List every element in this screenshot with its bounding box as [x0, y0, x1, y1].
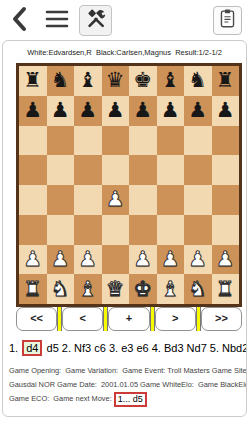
- move-list[interactable]: 1. d4 d5 2. Nf3 c6 3. e3 e6 4. Bd3 Nd7 5…: [9, 340, 242, 356]
- next-move-badge: 1... d5: [114, 392, 147, 407]
- square-a6[interactable]: [19, 126, 47, 156]
- game-info-line: Game ECO: Game next Move: 1... d5: [9, 392, 243, 407]
- current-move[interactable]: d4: [22, 340, 42, 356]
- white-bishop-piece: ♝: [78, 279, 97, 300]
- square-g7[interactable]: ♟: [184, 96, 212, 126]
- square-b7[interactable]: ♟: [47, 96, 75, 126]
- square-e8[interactable]: ♚: [129, 66, 157, 96]
- square-d1[interactable]: ♛: [102, 274, 130, 304]
- square-b3[interactable]: [47, 215, 75, 245]
- chess-board-frame: ♜♞♝♛♚♝♞♜♟♟♟♟♟♟♟♟♟♟♟♟♟♟♟♟♜♞♝♛♚♝♞♜: [16, 63, 242, 307]
- white-pawn-piece: ♟: [188, 249, 207, 270]
- square-d5[interactable]: [102, 155, 130, 185]
- square-c4[interactable]: [74, 185, 102, 215]
- black-rook-piece: ♜: [216, 70, 235, 91]
- square-g2[interactable]: ♟: [184, 245, 212, 275]
- square-a3[interactable]: [19, 215, 47, 245]
- black-knight-piece: ♞: [51, 70, 70, 91]
- square-e2[interactable]: ♟: [129, 245, 157, 275]
- white-knight-piece: ♞: [51, 279, 70, 300]
- go-last-button[interactable]: >>: [201, 307, 242, 331]
- square-e7[interactable]: ♟: [129, 96, 157, 126]
- square-h4[interactable]: [212, 185, 240, 215]
- square-c2[interactable]: ♟: [74, 245, 102, 275]
- square-a5[interactable]: [19, 155, 47, 185]
- square-h7[interactable]: ♟: [212, 96, 240, 126]
- white-knight-piece: ♞: [188, 279, 207, 300]
- square-d8[interactable]: ♛: [102, 66, 130, 96]
- black-pawn-piece: ♟: [23, 100, 42, 121]
- square-h8[interactable]: ♜: [212, 66, 240, 96]
- clipboard-icon: [218, 8, 237, 32]
- square-d3[interactable]: [102, 215, 130, 245]
- clipboard-button[interactable]: [213, 6, 242, 35]
- white-pawn-piece: ♟: [23, 249, 42, 270]
- back-button[interactable]: [7, 5, 33, 35]
- black-pawn-piece: ♟: [188, 100, 207, 121]
- square-f3[interactable]: [157, 215, 185, 245]
- square-f1[interactable]: ♝: [157, 274, 185, 304]
- white-rook-piece: ♜: [216, 279, 235, 300]
- square-g6[interactable]: [184, 126, 212, 156]
- square-d7[interactable]: ♟: [102, 96, 130, 126]
- square-e6[interactable]: [129, 126, 157, 156]
- white-pawn-piece: ♟: [78, 249, 97, 270]
- square-g8[interactable]: ♞: [184, 66, 212, 96]
- square-g1[interactable]: ♞: [184, 274, 212, 304]
- black-bishop-piece: ♝: [78, 70, 97, 91]
- square-f5[interactable]: [157, 155, 185, 185]
- hamburger-menu-icon: [45, 8, 69, 33]
- square-b1[interactable]: ♞: [47, 274, 75, 304]
- square-c6[interactable]: [74, 126, 102, 156]
- square-e1[interactable]: ♚: [129, 274, 157, 304]
- square-d6[interactable]: [102, 126, 130, 156]
- square-e3[interactable]: [129, 215, 157, 245]
- square-g5[interactable]: [184, 155, 212, 185]
- add-move-button[interactable]: +: [108, 307, 149, 331]
- square-h3[interactable]: [212, 215, 240, 245]
- black-rook-piece: ♜: [23, 70, 42, 91]
- hammer-and-wrench-icon: [85, 8, 107, 33]
- square-d4[interactable]: ♟: [102, 185, 130, 215]
- game-panel: White:Edvardsen,R Black:Carlsen,Magnus R…: [2, 40, 247, 417]
- game-info-line: Game Opening: Game Variation: Game Event…: [9, 364, 243, 378]
- square-f8[interactable]: ♝: [157, 66, 185, 96]
- square-b6[interactable]: [47, 126, 75, 156]
- black-pawn-piece: ♟: [133, 100, 152, 121]
- black-knight-piece: ♞: [188, 70, 207, 91]
- square-b2[interactable]: ♟: [47, 245, 75, 275]
- square-d2[interactable]: [102, 245, 130, 275]
- black-king-piece: ♚: [133, 70, 152, 91]
- white-king-piece: ♚: [133, 279, 152, 300]
- chevron-left-icon: [8, 6, 32, 35]
- white-pawn-piece: ♟: [106, 189, 125, 210]
- move-navigation: << < + > >>: [16, 307, 242, 331]
- black-pawn-piece: ♟: [78, 100, 97, 121]
- white-pawn-piece: ♟: [51, 249, 70, 270]
- square-c5[interactable]: [74, 155, 102, 185]
- go-first-button[interactable]: <<: [16, 307, 57, 331]
- square-e5[interactable]: [129, 155, 157, 185]
- menu-button[interactable]: [44, 5, 70, 35]
- white-bishop-piece: ♝: [161, 279, 180, 300]
- chess-board[interactable]: ♜♞♝♛♚♝♞♜♟♟♟♟♟♟♟♟♟♟♟♟♟♟♟♟♜♞♝♛♚♝♞♜: [19, 66, 239, 304]
- square-g4[interactable]: [184, 185, 212, 215]
- black-bishop-piece: ♝: [161, 70, 180, 91]
- square-f2[interactable]: ♟: [157, 245, 185, 275]
- white-pawn-piece: ♟: [216, 249, 235, 270]
- square-a4[interactable]: [19, 185, 47, 215]
- game-info: Game Opening: Game Variation: Game Event…: [9, 364, 243, 407]
- square-c3[interactable]: [74, 215, 102, 245]
- square-c1[interactable]: ♝: [74, 274, 102, 304]
- square-b4[interactable]: [47, 185, 75, 215]
- square-h6[interactable]: [212, 126, 240, 156]
- square-a7[interactable]: ♟: [19, 96, 47, 126]
- square-g3[interactable]: [184, 215, 212, 245]
- square-f7[interactable]: ♟: [157, 96, 185, 126]
- tools-button[interactable]: [79, 5, 112, 36]
- black-pawn-piece: ♟: [106, 100, 125, 121]
- move-list-rest: d5 2. Nf3 c6 3. e3 e6 4. Bd3 Nd7 5. Nbd2: [43, 342, 247, 354]
- square-b5[interactable]: [47, 155, 75, 185]
- white-pawn-piece: ♟: [161, 249, 180, 270]
- square-e4[interactable]: [129, 185, 157, 215]
- black-pawn-piece: ♟: [216, 100, 235, 121]
- go-previous-button[interactable]: <: [62, 307, 103, 331]
- square-f6[interactable]: [157, 126, 185, 156]
- game-info-line: Gausdal NOR Game Date: 2001.01.05 Game W…: [9, 378, 243, 392]
- square-h5[interactable]: [212, 155, 240, 185]
- square-a2[interactable]: ♟: [19, 245, 47, 275]
- square-b8[interactable]: ♞: [47, 66, 75, 96]
- move-number: 1.: [9, 342, 21, 354]
- square-c8[interactable]: ♝: [74, 66, 102, 96]
- game-info-line3-label: Game ECO: Game next Move:: [9, 394, 114, 403]
- square-h1[interactable]: ♜: [212, 274, 240, 304]
- square-c7[interactable]: ♟: [74, 96, 102, 126]
- top-bar: [0, 0, 249, 40]
- nav-separator: [150, 307, 155, 331]
- white-pawn-piece: ♟: [133, 249, 152, 270]
- square-a1[interactable]: ♜: [19, 274, 47, 304]
- game-header-title: White:Edvardsen,R Black:Carlsen,Magnus R…: [3, 48, 246, 57]
- square-a8[interactable]: ♜: [19, 66, 47, 96]
- white-rook-piece: ♜: [23, 279, 42, 300]
- square-f4[interactable]: [157, 185, 185, 215]
- square-h2[interactable]: ♟: [212, 245, 240, 275]
- black-pawn-piece: ♟: [161, 100, 180, 121]
- black-queen-piece: ♛: [106, 70, 125, 91]
- black-pawn-piece: ♟: [51, 100, 70, 121]
- white-queen-piece: ♛: [106, 279, 125, 300]
- go-next-button[interactable]: >: [155, 307, 196, 331]
